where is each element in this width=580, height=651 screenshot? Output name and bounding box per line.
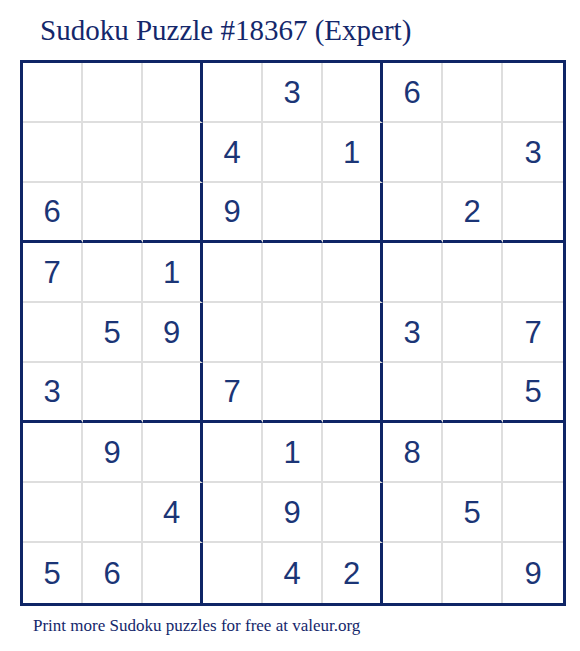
cell-r8c3[interactable]: 4: [143, 483, 203, 543]
cell-r7c3[interactable]: [143, 423, 203, 483]
cell-r4c7[interactable]: [383, 243, 443, 303]
cell-r7c6[interactable]: [323, 423, 383, 483]
cell-r1c5[interactable]: 3: [263, 63, 323, 123]
cell-r3c7[interactable]: [383, 183, 443, 243]
cell-r8c4[interactable]: [203, 483, 263, 543]
cell-r1c1[interactable]: [23, 63, 83, 123]
cell-r9c7[interactable]: [383, 543, 443, 603]
cell-r2c5[interactable]: [263, 123, 323, 183]
cell-r9c1[interactable]: 5: [23, 543, 83, 603]
cell-r9c8[interactable]: [443, 543, 503, 603]
cell-r6c5[interactable]: [263, 363, 323, 423]
cell-r3c4[interactable]: 9: [203, 183, 263, 243]
cell-r9c3[interactable]: [143, 543, 203, 603]
cell-r4c5[interactable]: [263, 243, 323, 303]
cell-r5c4[interactable]: [203, 303, 263, 363]
cell-r4c3[interactable]: 1: [143, 243, 203, 303]
cell-r7c4[interactable]: [203, 423, 263, 483]
cell-r8c8[interactable]: 5: [443, 483, 503, 543]
cell-r2c3[interactable]: [143, 123, 203, 183]
cell-r1c2[interactable]: [83, 63, 143, 123]
cell-r4c2[interactable]: [83, 243, 143, 303]
cell-r9c6[interactable]: 2: [323, 543, 383, 603]
cell-r9c4[interactable]: [203, 543, 263, 603]
cell-r6c4[interactable]: 7: [203, 363, 263, 423]
cell-r9c9[interactable]: 9: [503, 543, 563, 603]
cell-r7c9[interactable]: [503, 423, 563, 483]
cell-r9c2[interactable]: 6: [83, 543, 143, 603]
cell-r2c1[interactable]: [23, 123, 83, 183]
cell-r3c8[interactable]: 2: [443, 183, 503, 243]
cell-r1c4[interactable]: [203, 63, 263, 123]
cell-r5c3[interactable]: 9: [143, 303, 203, 363]
sudoku-board: 3641369271593737591849556429: [20, 60, 566, 606]
cell-r8c6[interactable]: [323, 483, 383, 543]
cell-r2c4[interactable]: 4: [203, 123, 263, 183]
cell-r2c8[interactable]: [443, 123, 503, 183]
cell-r7c2[interactable]: 9: [83, 423, 143, 483]
cell-r5c5[interactable]: [263, 303, 323, 363]
cell-r1c7[interactable]: 6: [383, 63, 443, 123]
cell-r8c1[interactable]: [23, 483, 83, 543]
cell-r4c1[interactable]: 7: [23, 243, 83, 303]
cell-r6c6[interactable]: [323, 363, 383, 423]
cell-r3c9[interactable]: [503, 183, 563, 243]
cell-r1c9[interactable]: [503, 63, 563, 123]
cell-r1c3[interactable]: [143, 63, 203, 123]
cell-r2c7[interactable]: [383, 123, 443, 183]
cell-r5c2[interactable]: 5: [83, 303, 143, 363]
cell-r6c8[interactable]: [443, 363, 503, 423]
cell-r1c8[interactable]: [443, 63, 503, 123]
cell-r9c5[interactable]: 4: [263, 543, 323, 603]
cell-r4c9[interactable]: [503, 243, 563, 303]
cell-r4c6[interactable]: [323, 243, 383, 303]
cell-r6c3[interactable]: [143, 363, 203, 423]
cell-r8c7[interactable]: [383, 483, 443, 543]
cell-r7c1[interactable]: [23, 423, 83, 483]
cell-r5c6[interactable]: [323, 303, 383, 363]
cell-r5c1[interactable]: [23, 303, 83, 363]
cell-r3c2[interactable]: [83, 183, 143, 243]
page-title: Sudoku Puzzle #18367 (Expert): [40, 14, 411, 47]
cell-r1c6[interactable]: [323, 63, 383, 123]
cell-r5c9[interactable]: 7: [503, 303, 563, 363]
cell-r6c9[interactable]: 5: [503, 363, 563, 423]
cell-r6c2[interactable]: [83, 363, 143, 423]
cell-r2c6[interactable]: 1: [323, 123, 383, 183]
cell-r6c1[interactable]: 3: [23, 363, 83, 423]
cell-r5c8[interactable]: [443, 303, 503, 363]
cell-r4c8[interactable]: [443, 243, 503, 303]
cell-r6c7[interactable]: [383, 363, 443, 423]
cell-r8c5[interactable]: 9: [263, 483, 323, 543]
cell-r7c7[interactable]: 8: [383, 423, 443, 483]
sudoku-page: Sudoku Puzzle #18367 (Expert) 3641369271…: [0, 0, 580, 651]
cell-r7c5[interactable]: 1: [263, 423, 323, 483]
cell-r4c4[interactable]: [203, 243, 263, 303]
cell-r2c2[interactable]: [83, 123, 143, 183]
cell-r3c5[interactable]: [263, 183, 323, 243]
footer-text: Print more Sudoku puzzles for free at va…: [33, 616, 360, 636]
cell-r8c9[interactable]: [503, 483, 563, 543]
cell-r7c8[interactable]: [443, 423, 503, 483]
cell-r8c2[interactable]: [83, 483, 143, 543]
cell-r3c6[interactable]: [323, 183, 383, 243]
cell-r3c1[interactable]: 6: [23, 183, 83, 243]
cell-r3c3[interactable]: [143, 183, 203, 243]
cell-r5c7[interactable]: 3: [383, 303, 443, 363]
cell-r2c9[interactable]: 3: [503, 123, 563, 183]
